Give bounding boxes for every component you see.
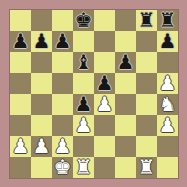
square-b7[interactable]: ♟	[31, 31, 52, 52]
black-pawn-piece[interactable]: ♟	[157, 31, 178, 52]
chess-board: ♚♜♜♟♟♟♟♝♟♟♟♟♟♞♟♟♟♟♟♚♜♜	[10, 10, 178, 178]
square-a1[interactable]	[10, 157, 31, 178]
white-knight-piece[interactable]: ♞	[157, 94, 178, 115]
square-h1[interactable]	[157, 157, 178, 178]
square-g5[interactable]	[136, 73, 157, 94]
white-king-piece[interactable]: ♚	[52, 157, 73, 178]
square-a5[interactable]	[10, 73, 31, 94]
square-b5[interactable]	[31, 73, 52, 94]
square-d5[interactable]	[73, 73, 94, 94]
black-pawn-piece[interactable]: ♟	[52, 31, 73, 52]
black-pawn-piece[interactable]: ♟	[31, 31, 52, 52]
square-b2[interactable]: ♟	[31, 136, 52, 157]
square-h6[interactable]	[157, 52, 178, 73]
square-g3[interactable]	[136, 115, 157, 136]
square-g1[interactable]: ♜	[136, 157, 157, 178]
square-a2[interactable]: ♟	[10, 136, 31, 157]
white-pawn-piece[interactable]: ♟	[31, 136, 52, 157]
white-pawn-piece[interactable]: ♟	[94, 94, 115, 115]
square-b4[interactable]	[31, 94, 52, 115]
square-e7[interactable]	[94, 31, 115, 52]
square-f8[interactable]	[115, 10, 136, 31]
square-h8[interactable]: ♜	[157, 10, 178, 31]
black-pawn-piece[interactable]: ♟	[94, 73, 115, 94]
black-rook-piece[interactable]: ♜	[157, 10, 178, 31]
square-d3[interactable]: ♟	[73, 115, 94, 136]
square-d2[interactable]	[73, 136, 94, 157]
square-d4[interactable]: ♟	[73, 94, 94, 115]
square-h5[interactable]: ♟	[157, 73, 178, 94]
square-e1[interactable]	[94, 157, 115, 178]
square-e4[interactable]: ♟	[94, 94, 115, 115]
white-pawn-piece[interactable]: ♟	[73, 115, 94, 136]
white-rook-piece[interactable]: ♜	[136, 157, 157, 178]
square-d7[interactable]	[73, 31, 94, 52]
square-g7[interactable]	[136, 31, 157, 52]
square-c4[interactable]	[52, 94, 73, 115]
white-pawn-piece[interactable]: ♟	[10, 136, 31, 157]
square-c2[interactable]: ♟	[52, 136, 73, 157]
chess-board-frame: ♚♜♜♟♟♟♟♝♟♟♟♟♟♞♟♟♟♟♟♚♜♜	[0, 0, 187, 187]
square-f1[interactable]	[115, 157, 136, 178]
square-g6[interactable]	[136, 52, 157, 73]
square-g4[interactable]	[136, 94, 157, 115]
white-rook-piece[interactable]: ♜	[73, 157, 94, 178]
square-f7[interactable]	[115, 31, 136, 52]
square-h7[interactable]: ♟	[157, 31, 178, 52]
square-e2[interactable]	[94, 136, 115, 157]
square-d6[interactable]: ♝	[73, 52, 94, 73]
square-a8[interactable]	[10, 10, 31, 31]
square-a6[interactable]	[10, 52, 31, 73]
square-c6[interactable]	[52, 52, 73, 73]
square-b8[interactable]	[31, 10, 52, 31]
square-f6[interactable]: ♟	[115, 52, 136, 73]
square-h2[interactable]	[157, 136, 178, 157]
black-rook-piece[interactable]: ♜	[136, 10, 157, 31]
square-f2[interactable]	[115, 136, 136, 157]
square-f3[interactable]	[115, 115, 136, 136]
black-pawn-piece[interactable]: ♟	[10, 31, 31, 52]
square-f5[interactable]	[115, 73, 136, 94]
white-pawn-piece[interactable]: ♟	[157, 115, 178, 136]
square-b1[interactable]	[31, 157, 52, 178]
black-pawn-piece[interactable]: ♟	[73, 94, 94, 115]
square-b3[interactable]	[31, 115, 52, 136]
square-g2[interactable]	[136, 136, 157, 157]
square-e5[interactable]: ♟	[94, 73, 115, 94]
black-bishop-piece[interactable]: ♝	[73, 52, 94, 73]
square-c7[interactable]: ♟	[52, 31, 73, 52]
black-pawn-piece[interactable]: ♟	[115, 52, 136, 73]
square-a4[interactable]	[10, 94, 31, 115]
square-c5[interactable]	[52, 73, 73, 94]
square-e8[interactable]	[94, 10, 115, 31]
square-h3[interactable]: ♟	[157, 115, 178, 136]
square-c1[interactable]: ♚	[52, 157, 73, 178]
square-d8[interactable]: ♚	[73, 10, 94, 31]
square-c3[interactable]	[52, 115, 73, 136]
square-c8[interactable]	[52, 10, 73, 31]
square-b6[interactable]	[31, 52, 52, 73]
square-g8[interactable]: ♜	[136, 10, 157, 31]
square-e6[interactable]	[94, 52, 115, 73]
square-f4[interactable]	[115, 94, 136, 115]
white-pawn-piece[interactable]: ♟	[157, 73, 178, 94]
square-d1[interactable]: ♜	[73, 157, 94, 178]
white-pawn-piece[interactable]: ♟	[52, 136, 73, 157]
square-a3[interactable]	[10, 115, 31, 136]
black-king-piece[interactable]: ♚	[73, 10, 94, 31]
square-e3[interactable]	[94, 115, 115, 136]
square-h4[interactable]: ♞	[157, 94, 178, 115]
square-a7[interactable]: ♟	[10, 31, 31, 52]
